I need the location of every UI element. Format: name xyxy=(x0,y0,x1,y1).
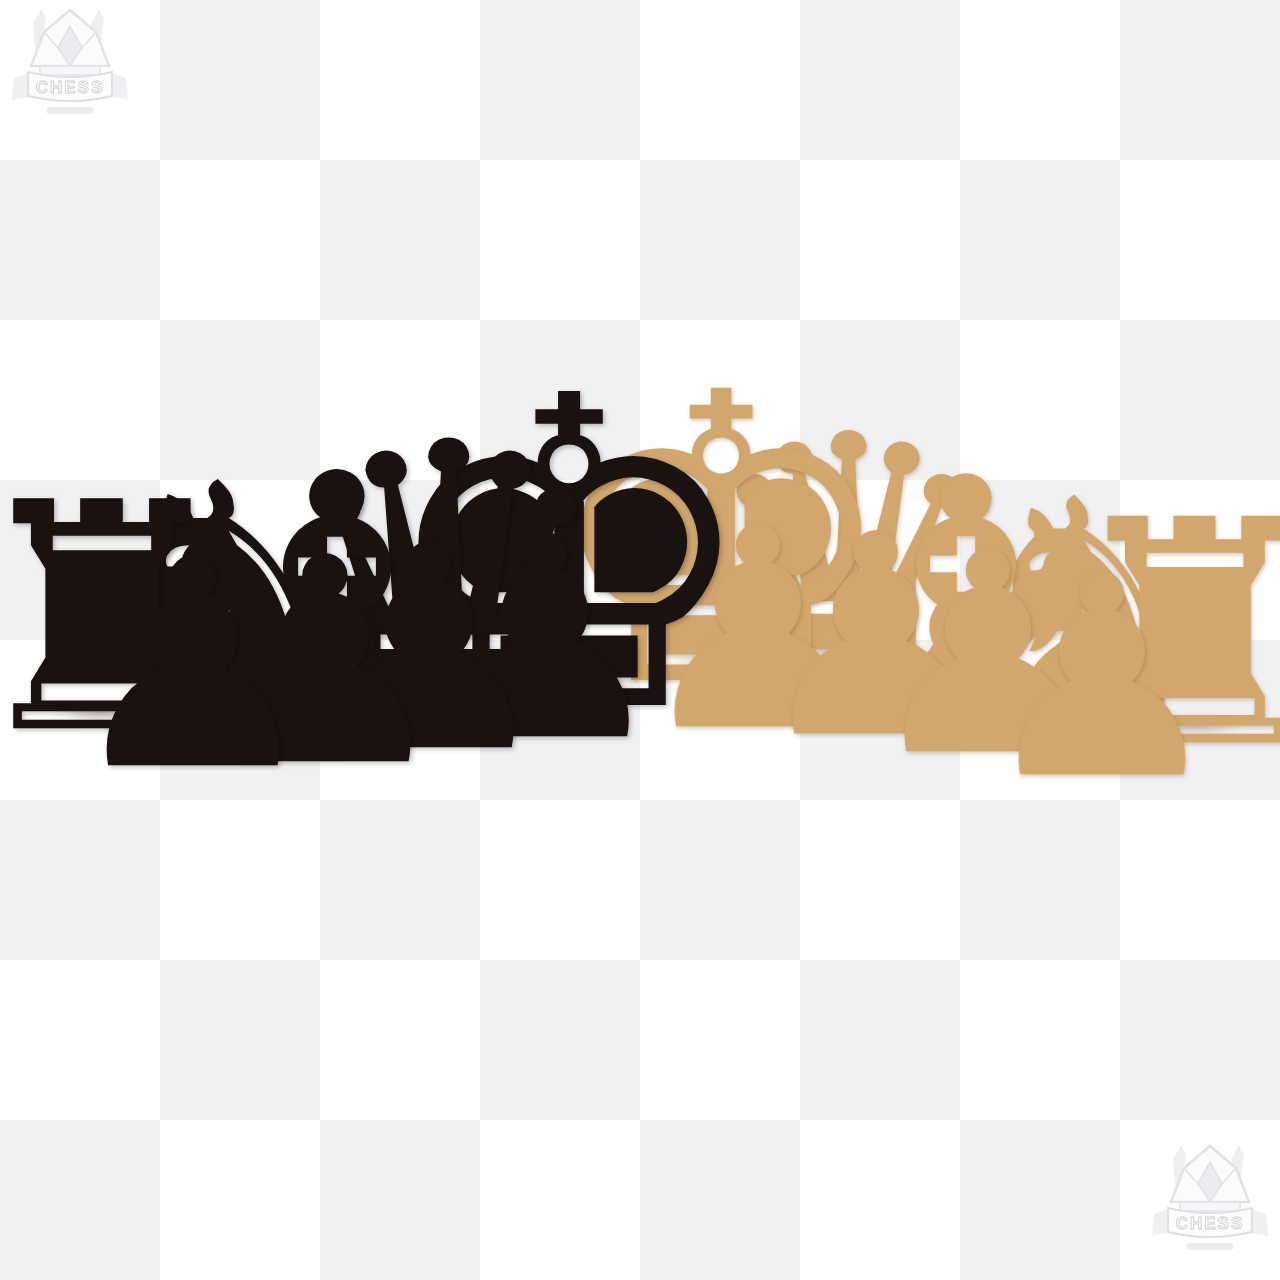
bg-square-r6c5 xyxy=(800,960,960,1120)
bg-square-r0c1 xyxy=(160,0,320,160)
tagline-bar xyxy=(1186,1243,1234,1250)
crown-icon xyxy=(1171,1145,1249,1211)
bg-square-r0c5 xyxy=(800,0,960,160)
bg-square-r5c4 xyxy=(640,800,800,960)
bg-square-r5c3 xyxy=(480,800,640,960)
watermark-logo-top-left: CHESS xyxy=(6,4,134,142)
bg-square-r7c5 xyxy=(800,1120,960,1280)
bg-square-r6c1 xyxy=(160,960,320,1120)
bg-square-r1c7 xyxy=(1120,160,1280,320)
bg-square-r1c5 xyxy=(800,160,960,320)
bg-square-r0c4 xyxy=(640,0,800,160)
bg-square-r6c4 xyxy=(640,960,800,1120)
product-photo-scene: ♛♚♚♞♝♛♞♝♟♜♟♟♜♟♟♟♟♟ CHESS xyxy=(0,0,1280,1280)
bg-square-r1c3 xyxy=(480,160,640,320)
bg-square-r0c3 xyxy=(480,0,640,160)
white-pawn-4: ♟ xyxy=(977,539,1226,817)
bg-square-r0c7 xyxy=(1120,0,1280,160)
bg-square-r6c2 xyxy=(320,960,480,1120)
watermark-logo-bottom-right: CHESS xyxy=(1146,1140,1274,1278)
bg-square-r5c5 xyxy=(800,800,960,960)
bg-square-r7c3 xyxy=(480,1120,640,1280)
bg-square-r0c6 xyxy=(960,0,1120,160)
bg-square-r1c0 xyxy=(0,160,160,320)
logo-text: CHESS xyxy=(36,78,105,97)
bg-square-r6c0 xyxy=(0,960,160,1120)
bg-square-r7c2 xyxy=(320,1120,480,1280)
crown-icon xyxy=(31,9,109,75)
logo-text: CHESS xyxy=(1176,1214,1245,1233)
ribbon-banner: CHESS xyxy=(1152,1208,1268,1237)
black-pawn-1: ♟ xyxy=(64,522,322,810)
tagline-bar xyxy=(46,107,94,114)
bg-square-r0c2 xyxy=(320,0,480,160)
bg-square-r6c7 xyxy=(1120,960,1280,1120)
bg-square-r7c1 xyxy=(160,1120,320,1280)
bg-square-r7c6 xyxy=(960,1120,1120,1280)
bg-square-r1c2 xyxy=(320,160,480,320)
ribbon-banner: CHESS xyxy=(12,72,128,101)
bg-square-r7c4 xyxy=(640,1120,800,1280)
bg-square-r1c4 xyxy=(640,160,800,320)
bg-square-r1c1 xyxy=(160,160,320,320)
bg-square-r7c0 xyxy=(0,1120,160,1280)
bg-square-r6c6 xyxy=(960,960,1120,1120)
bg-square-r6c3 xyxy=(480,960,640,1120)
bg-square-r1c6 xyxy=(960,160,1120,320)
